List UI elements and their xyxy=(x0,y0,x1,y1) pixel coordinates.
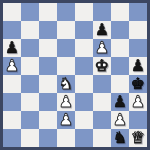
square-e7[interactable] xyxy=(75,21,93,39)
square-h1[interactable]: ♛ xyxy=(129,129,147,147)
square-g7[interactable] xyxy=(111,21,129,39)
square-h6[interactable] xyxy=(129,39,147,57)
square-h5[interactable]: ♟ xyxy=(129,57,147,75)
square-a1[interactable] xyxy=(3,129,21,147)
square-b4[interactable] xyxy=(21,75,39,93)
square-b2[interactable] xyxy=(21,111,39,129)
square-d1[interactable] xyxy=(57,129,75,147)
square-b8[interactable] xyxy=(21,3,39,21)
square-b6[interactable] xyxy=(21,39,39,57)
white-queen[interactable]: ♛ xyxy=(131,129,145,147)
square-c1[interactable] xyxy=(39,129,57,147)
square-b1[interactable] xyxy=(21,129,39,147)
square-e8[interactable] xyxy=(75,3,93,21)
square-c2[interactable] xyxy=(39,111,57,129)
square-h7[interactable] xyxy=(129,21,147,39)
square-h8[interactable] xyxy=(129,3,147,21)
square-a8[interactable] xyxy=(3,3,21,21)
square-c5[interactable] xyxy=(39,57,57,75)
square-h2[interactable] xyxy=(129,111,147,129)
square-f8[interactable] xyxy=(93,3,111,21)
square-f2[interactable] xyxy=(93,111,111,129)
white-pawn[interactable]: ♟ xyxy=(59,93,73,111)
square-h3[interactable]: ♟ xyxy=(129,93,147,111)
square-c4[interactable] xyxy=(39,75,57,93)
square-g4[interactable] xyxy=(111,75,129,93)
square-d5[interactable] xyxy=(57,57,75,75)
square-d8[interactable] xyxy=(57,3,75,21)
chess-board: ♟♟♟♟♚♟♞♚♟♟♟♟♟♞♛ xyxy=(3,3,147,147)
square-c3[interactable] xyxy=(39,93,57,111)
square-b7[interactable] xyxy=(21,21,39,39)
square-a4[interactable] xyxy=(3,75,21,93)
white-pawn[interactable]: ♟ xyxy=(113,111,127,129)
white-pawn[interactable]: ♟ xyxy=(59,111,73,129)
square-f3[interactable] xyxy=(93,93,111,111)
black-king[interactable]: ♚ xyxy=(131,75,145,93)
black-pawn[interactable]: ♟ xyxy=(5,39,19,57)
square-g3[interactable]: ♟ xyxy=(111,93,129,111)
square-e4[interactable] xyxy=(75,75,93,93)
square-f6[interactable]: ♟ xyxy=(93,39,111,57)
square-c8[interactable] xyxy=(39,3,57,21)
square-e1[interactable] xyxy=(75,129,93,147)
square-e2[interactable] xyxy=(75,111,93,129)
white-pawn[interactable]: ♟ xyxy=(5,57,19,75)
square-g2[interactable]: ♟ xyxy=(111,111,129,129)
square-h4[interactable]: ♚ xyxy=(129,75,147,93)
white-king[interactable]: ♚ xyxy=(95,57,109,75)
square-d7[interactable] xyxy=(57,21,75,39)
square-d6[interactable] xyxy=(57,39,75,57)
square-f1[interactable] xyxy=(93,129,111,147)
square-a7[interactable] xyxy=(3,21,21,39)
black-pawn[interactable]: ♟ xyxy=(113,93,127,111)
square-b5[interactable] xyxy=(21,57,39,75)
square-b3[interactable] xyxy=(21,93,39,111)
square-d4[interactable]: ♞ xyxy=(57,75,75,93)
square-c6[interactable] xyxy=(39,39,57,57)
square-d3[interactable]: ♟ xyxy=(57,93,75,111)
square-g5[interactable] xyxy=(111,57,129,75)
square-a2[interactable] xyxy=(3,111,21,129)
square-f7[interactable]: ♟ xyxy=(93,21,111,39)
black-knight[interactable]: ♞ xyxy=(113,129,127,147)
square-f5[interactable]: ♚ xyxy=(93,57,111,75)
square-e3[interactable] xyxy=(75,93,93,111)
square-f4[interactable] xyxy=(93,75,111,93)
square-d2[interactable]: ♟ xyxy=(57,111,75,129)
black-pawn[interactable]: ♟ xyxy=(95,21,109,39)
square-g1[interactable]: ♞ xyxy=(111,129,129,147)
square-g8[interactable] xyxy=(111,3,129,21)
square-a3[interactable] xyxy=(3,93,21,111)
square-c7[interactable] xyxy=(39,21,57,39)
square-a6[interactable]: ♟ xyxy=(3,39,21,57)
black-pawn[interactable]: ♟ xyxy=(131,57,145,75)
chess-board-frame: ♟♟♟♟♚♟♞♚♟♟♟♟♟♞♛ xyxy=(0,0,150,150)
square-a5[interactable]: ♟ xyxy=(3,57,21,75)
white-pawn[interactable]: ♟ xyxy=(131,93,145,111)
square-e6[interactable] xyxy=(75,39,93,57)
square-g6[interactable] xyxy=(111,39,129,57)
white-knight[interactable]: ♞ xyxy=(59,75,73,93)
white-pawn[interactable]: ♟ xyxy=(95,39,109,57)
square-e5[interactable] xyxy=(75,57,93,75)
